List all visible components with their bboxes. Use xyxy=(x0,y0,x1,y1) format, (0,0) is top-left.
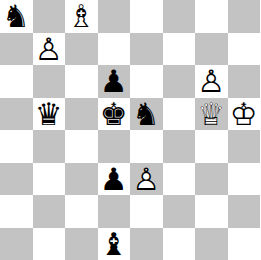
square-a6[interactable] xyxy=(0,65,33,98)
square-c6[interactable] xyxy=(65,65,98,98)
white-queen-glyph: ♕ xyxy=(195,98,228,131)
square-f1[interactable] xyxy=(163,228,196,260)
square-c2[interactable] xyxy=(65,195,98,228)
square-f7[interactable] xyxy=(163,33,196,66)
white-pawn-piece: ♟♙ xyxy=(130,163,163,196)
chess-board: ♞♝♗♟♙♟♟♙♛♚♞♛♕♚♔♟♟♙♝ xyxy=(0,0,260,260)
square-d8[interactable] xyxy=(98,0,131,33)
square-a8[interactable]: ♞ xyxy=(0,0,33,33)
square-f3[interactable] xyxy=(163,163,196,196)
black-bishop-glyph: ♝ xyxy=(98,228,131,260)
square-d7[interactable] xyxy=(98,33,131,66)
square-e6[interactable] xyxy=(130,65,163,98)
square-d6[interactable]: ♟ xyxy=(98,65,131,98)
square-a7[interactable] xyxy=(0,33,33,66)
square-c3[interactable] xyxy=(65,163,98,196)
square-b1[interactable] xyxy=(33,228,66,260)
square-d5[interactable]: ♚ xyxy=(98,98,131,131)
black-king-piece: ♚ xyxy=(98,98,131,131)
black-knight-glyph: ♞ xyxy=(130,98,163,131)
white-bishop-glyph: ♗ xyxy=(65,0,98,33)
square-h7[interactable] xyxy=(228,33,261,66)
square-c7[interactable] xyxy=(65,33,98,66)
square-c8[interactable]: ♝♗ xyxy=(65,0,98,33)
square-e5[interactable]: ♞ xyxy=(130,98,163,131)
square-g2[interactable] xyxy=(195,195,228,228)
square-e1[interactable] xyxy=(130,228,163,260)
square-b4[interactable] xyxy=(33,130,66,163)
square-d3[interactable]: ♟ xyxy=(98,163,131,196)
white-king-piece: ♚♔ xyxy=(228,98,261,131)
square-f5[interactable] xyxy=(163,98,196,131)
square-e2[interactable] xyxy=(130,195,163,228)
black-bishop-piece: ♝ xyxy=(98,228,131,260)
square-d1[interactable]: ♝ xyxy=(98,228,131,260)
square-f8[interactable] xyxy=(163,0,196,33)
black-knight-piece: ♞ xyxy=(130,98,163,131)
black-pawn-piece: ♟ xyxy=(98,65,131,98)
black-pawn-glyph: ♟ xyxy=(98,65,131,98)
square-f6[interactable] xyxy=(163,65,196,98)
square-c5[interactable] xyxy=(65,98,98,131)
black-pawn-piece: ♟ xyxy=(98,163,131,196)
square-c4[interactable] xyxy=(65,130,98,163)
white-pawn-glyph: ♙ xyxy=(195,65,228,98)
black-knight-glyph: ♞ xyxy=(0,0,33,33)
square-h4[interactable] xyxy=(228,130,261,163)
square-h8[interactable] xyxy=(228,0,261,33)
white-pawn-glyph: ♙ xyxy=(33,33,66,66)
black-king-glyph: ♚ xyxy=(98,98,131,131)
square-g8[interactable] xyxy=(195,0,228,33)
square-b6[interactable] xyxy=(33,65,66,98)
white-pawn-piece: ♟♙ xyxy=(33,33,66,66)
black-queen-glyph: ♛ xyxy=(33,98,66,131)
square-h6[interactable] xyxy=(228,65,261,98)
white-queen-piece: ♛♕ xyxy=(195,98,228,131)
square-a5[interactable] xyxy=(0,98,33,131)
square-b2[interactable] xyxy=(33,195,66,228)
square-g3[interactable] xyxy=(195,163,228,196)
square-b8[interactable] xyxy=(33,0,66,33)
square-d4[interactable] xyxy=(98,130,131,163)
square-f4[interactable] xyxy=(163,130,196,163)
square-c1[interactable] xyxy=(65,228,98,260)
square-a3[interactable] xyxy=(0,163,33,196)
square-h1[interactable] xyxy=(228,228,261,260)
white-pawn-piece: ♟♙ xyxy=(195,65,228,98)
black-pawn-glyph: ♟ xyxy=(98,163,131,196)
square-g5[interactable]: ♛♕ xyxy=(195,98,228,131)
square-d2[interactable] xyxy=(98,195,131,228)
square-e8[interactable] xyxy=(130,0,163,33)
square-h2[interactable] xyxy=(228,195,261,228)
white-bishop-piece: ♝♗ xyxy=(65,0,98,33)
square-h3[interactable] xyxy=(228,163,261,196)
square-g6[interactable]: ♟♙ xyxy=(195,65,228,98)
square-a4[interactable] xyxy=(0,130,33,163)
square-f2[interactable] xyxy=(163,195,196,228)
black-knight-piece: ♞ xyxy=(0,0,33,33)
square-g4[interactable] xyxy=(195,130,228,163)
square-e3[interactable]: ♟♙ xyxy=(130,163,163,196)
white-king-glyph: ♔ xyxy=(228,98,261,131)
square-h5[interactable]: ♚♔ xyxy=(228,98,261,131)
square-b7[interactable]: ♟♙ xyxy=(33,33,66,66)
white-pawn-glyph: ♙ xyxy=(130,163,163,196)
square-a1[interactable] xyxy=(0,228,33,260)
square-b3[interactable] xyxy=(33,163,66,196)
square-e4[interactable] xyxy=(130,130,163,163)
square-a2[interactable] xyxy=(0,195,33,228)
square-e7[interactable] xyxy=(130,33,163,66)
black-queen-piece: ♛ xyxy=(33,98,66,131)
square-g7[interactable] xyxy=(195,33,228,66)
square-b5[interactable]: ♛ xyxy=(33,98,66,131)
square-g1[interactable] xyxy=(195,228,228,260)
